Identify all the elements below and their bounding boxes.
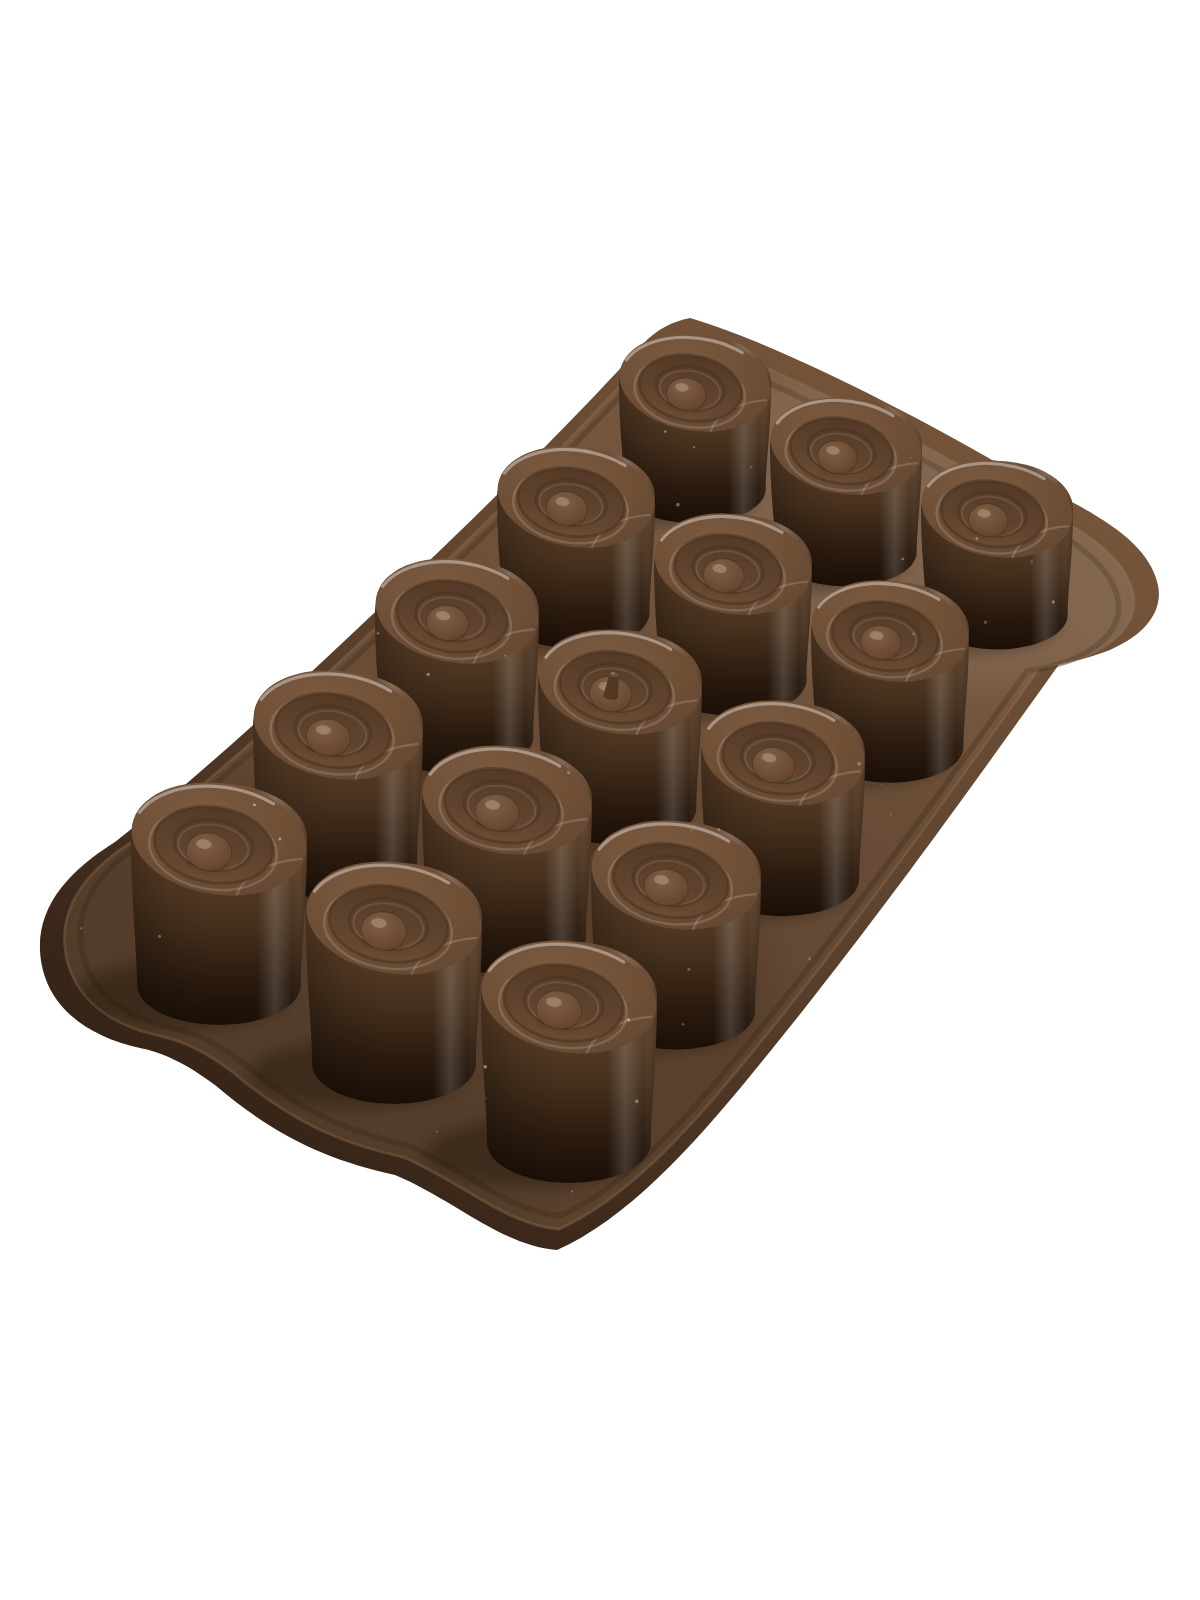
cavity-r5-c3 — [473, 928, 664, 1182]
cavity-r5-c1 — [123, 770, 314, 1024]
mould-svg — [0, 0, 1200, 1600]
product-photo: Angled overhead product photo of a choco… — [0, 0, 1200, 1600]
cavity-r5-c2 — [298, 849, 489, 1103]
chocolate-mould-illustration — [0, 0, 1200, 1600]
photo-canvas: Angled overhead product photo of a choco… — [0, 0, 1200, 1600]
